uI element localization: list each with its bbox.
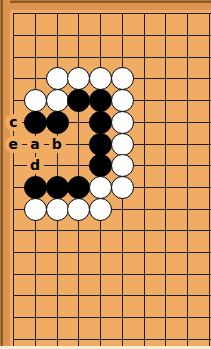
- board-frame-top: [0, 0, 211, 10]
- grid-horizontal-line: [13, 274, 211, 275]
- white-stone: [111, 133, 134, 156]
- white-stone: [111, 111, 134, 134]
- grid-horizontal-line: [13, 13, 211, 14]
- point-label-a: a: [24, 133, 46, 155]
- white-stone: [46, 198, 69, 221]
- grid-horizontal-line: [13, 35, 211, 36]
- grid-horizontal-line: [13, 317, 211, 318]
- black-stone: [89, 133, 112, 156]
- grid-horizontal-line: [13, 339, 211, 340]
- black-stone: [46, 111, 69, 134]
- black-stone: [24, 111, 47, 134]
- black-stone: [46, 176, 69, 199]
- grid-horizontal-line: [13, 252, 211, 253]
- black-stone: [89, 111, 112, 134]
- point-label-d: d: [24, 154, 46, 176]
- white-stone: [67, 198, 90, 221]
- point-label-b: b: [46, 133, 68, 155]
- go-diagram: ceabd: [0, 0, 211, 349]
- grid-horizontal-line: [13, 57, 211, 58]
- point-label-c: c: [2, 111, 24, 133]
- white-stone: [46, 67, 69, 90]
- black-stone: [24, 176, 47, 199]
- white-stone: [89, 198, 112, 221]
- white-stone: [24, 198, 47, 221]
- grid-horizontal-line: [13, 295, 211, 296]
- white-stone: [24, 89, 47, 112]
- white-stone: [111, 89, 134, 112]
- point-label-e: e: [2, 133, 24, 155]
- white-stone: [111, 154, 134, 177]
- grid-horizontal-line: [13, 230, 211, 231]
- board-frame-left: [0, 0, 10, 349]
- white-stone: [111, 176, 134, 199]
- white-stone: [89, 176, 112, 199]
- white-stone: [46, 89, 69, 112]
